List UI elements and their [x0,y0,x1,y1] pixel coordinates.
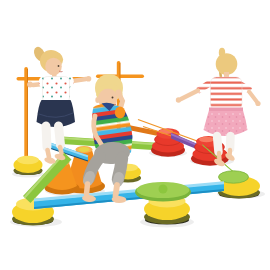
eye [58,65,60,67]
stepping-stone-pole-base-left [14,156,43,175]
balance-course-scene [0,0,270,270]
sleeve-right [115,107,125,119]
product-photo-canvas [0,0,270,270]
capri-left [46,126,47,147]
polka-dot-shirt [43,77,70,103]
shin-left [87,184,88,194]
hand-right [255,101,260,106]
hand-right-on-pole [115,89,121,95]
stone-top [17,156,39,164]
hand-right [86,76,92,82]
head-back [216,53,238,75]
eye [112,97,114,99]
hand-left [176,97,181,102]
pink-skirt [204,109,248,137]
ankle-right [60,147,62,153]
legging-left [217,136,219,152]
calf-left [219,153,220,160]
capri-right [59,126,61,145]
face [45,58,62,76]
shin-right [116,185,118,196]
wobble-disc-center [159,185,168,194]
hand-left-on-pole [27,82,33,88]
legging-right [230,136,231,149]
cone-top-insert [79,147,90,152]
ankle-left [48,150,50,157]
skirt-waistband [209,108,243,112]
striped-shirt [211,77,243,110]
stone-highlight [199,137,214,142]
